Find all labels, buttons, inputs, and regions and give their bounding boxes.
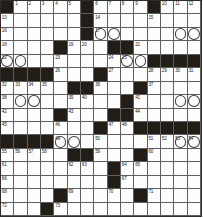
clue-number-71: 71 bbox=[148, 189, 153, 194]
clue-number-49: 49 bbox=[55, 136, 60, 141]
cell-r12c12[interactable]: 60 bbox=[148, 149, 161, 162]
black-cell-r4c9 bbox=[108, 41, 121, 54]
circled-cell-r5c11[interactable] bbox=[134, 55, 147, 68]
black-cell-r6c4 bbox=[41, 68, 54, 81]
clue-number-39: 39 bbox=[68, 95, 73, 100]
cell-r11c12[interactable]: 51 bbox=[148, 135, 161, 148]
cell-r14c10[interactable]: 67 bbox=[121, 176, 134, 189]
clue-number-38: 38 bbox=[2, 95, 7, 100]
black-cell-r12c11 bbox=[134, 149, 147, 162]
cell-r6c15[interactable]: 31 bbox=[188, 68, 201, 81]
black-cell-r1c7 bbox=[81, 1, 94, 14]
clue-number-15: 15 bbox=[148, 15, 153, 20]
circled-cell-r5c2[interactable] bbox=[14, 55, 27, 68]
clue-number-66: 66 bbox=[2, 176, 7, 181]
cell-r10c3[interactable] bbox=[28, 122, 41, 135]
cell-r2c6[interactable] bbox=[68, 14, 81, 27]
cell-r12c5[interactable] bbox=[54, 149, 67, 162]
cell-r15c2[interactable] bbox=[14, 189, 27, 202]
cell-r11c9[interactable] bbox=[108, 135, 121, 148]
cell-r15c12[interactable]: 71 bbox=[148, 189, 161, 202]
cell-r16c13[interactable] bbox=[161, 203, 174, 216]
black-cell-r16c4 bbox=[41, 203, 54, 216]
clue-number-67: 67 bbox=[122, 176, 127, 181]
clue-number-62: 62 bbox=[68, 162, 73, 167]
cell-r1c6[interactable]: 5 bbox=[68, 1, 81, 14]
clue-number-52: 52 bbox=[162, 136, 167, 141]
cell-r1c2[interactable]: 1 bbox=[14, 1, 27, 14]
black-cell-r6c2 bbox=[14, 68, 27, 81]
cell-r14c4[interactable] bbox=[41, 176, 54, 189]
clue-number-2: 2 bbox=[28, 1, 30, 6]
clue-number-70: 70 bbox=[108, 189, 113, 194]
cell-r16c6[interactable] bbox=[68, 203, 81, 216]
black-cell-r13c9 bbox=[108, 162, 121, 175]
cell-r16c9[interactable] bbox=[108, 203, 121, 216]
cell-r2c1[interactable]: 13 bbox=[1, 14, 14, 27]
cell-r10c5[interactable]: 46 bbox=[54, 122, 67, 135]
cell-r8c8[interactable] bbox=[94, 95, 107, 108]
cell-r1c14[interactable]: 11 bbox=[174, 1, 187, 14]
cell-r14c7[interactable] bbox=[81, 176, 94, 189]
cell-r7c2[interactable]: 33 bbox=[14, 82, 27, 95]
cell-r1c9[interactable]: 7 bbox=[108, 1, 121, 14]
cell-r15c9[interactable]: 70 bbox=[108, 189, 121, 202]
clue-number-28: 28 bbox=[148, 68, 153, 73]
cell-r1c11[interactable]: 9 bbox=[134, 1, 147, 14]
clue-number-53: 53 bbox=[175, 136, 180, 141]
cell-r1c4[interactable]: 3 bbox=[41, 1, 54, 14]
black-cell-r6c1 bbox=[1, 68, 14, 81]
cell-r13c10[interactable]: 64 bbox=[121, 162, 134, 175]
black-cell-r10c8 bbox=[94, 122, 107, 135]
cell-r13c1[interactable]: 61 bbox=[1, 162, 14, 175]
black-cell-r5c15 bbox=[188, 55, 201, 68]
cell-r4c8[interactable] bbox=[94, 41, 107, 54]
cell-r14c1[interactable]: 66 bbox=[1, 176, 14, 189]
clue-number-55: 55 bbox=[2, 149, 7, 154]
cell-r3c1[interactable]: 16 bbox=[1, 28, 14, 41]
circled-cell-r8c14[interactable] bbox=[174, 95, 187, 108]
clue-number-42: 42 bbox=[2, 109, 7, 114]
cell-r9c2[interactable] bbox=[14, 109, 27, 122]
cell-r2c3[interactable] bbox=[28, 14, 41, 27]
cell-r7c1[interactable]: 32 bbox=[1, 82, 14, 95]
clue-number-11: 11 bbox=[175, 1, 179, 6]
cell-r15c3[interactable] bbox=[28, 189, 41, 202]
circled-cell-r8c2[interactable] bbox=[14, 95, 27, 108]
clue-number-48: 48 bbox=[122, 122, 127, 127]
cell-r8c9[interactable] bbox=[108, 95, 121, 108]
clue-number-61: 61 bbox=[2, 162, 7, 167]
cell-r16c3[interactable] bbox=[28, 203, 41, 216]
cell-r2c9[interactable] bbox=[108, 14, 121, 27]
clue-number-18: 18 bbox=[2, 42, 7, 47]
cell-r11c8[interactable]: 50 bbox=[94, 135, 107, 148]
cell-r8c6[interactable]: 39 bbox=[68, 95, 81, 108]
cell-r8c1[interactable]: 38 bbox=[1, 95, 14, 108]
cell-r16c11[interactable] bbox=[134, 203, 147, 216]
cell-r7c12[interactable]: 37 bbox=[148, 82, 161, 95]
cell-r15c8[interactable] bbox=[94, 189, 107, 202]
cell-r4c15[interactable] bbox=[188, 41, 201, 54]
clue-number-5: 5 bbox=[68, 1, 70, 6]
cell-r6c11[interactable] bbox=[134, 68, 147, 81]
cell-r4c7[interactable]: 20 bbox=[81, 41, 94, 54]
cell-r5c4[interactable] bbox=[41, 55, 54, 68]
cell-r2c4[interactable] bbox=[41, 14, 54, 27]
cell-r7c3[interactable]: 34 bbox=[28, 82, 41, 95]
black-cell-r4c5 bbox=[54, 41, 67, 54]
cell-r1c5[interactable]: 4 bbox=[54, 1, 67, 14]
cell-r5c3[interactable] bbox=[28, 55, 41, 68]
cell-r6c12[interactable]: 28 bbox=[148, 68, 161, 81]
cell-r13c4[interactable] bbox=[41, 162, 54, 175]
cell-r12c15[interactable] bbox=[188, 149, 201, 162]
cell-r13c7[interactable]: 63 bbox=[81, 162, 94, 175]
cell-r3c11[interactable] bbox=[134, 28, 147, 41]
cell-r8c5[interactable] bbox=[54, 95, 67, 108]
black-cell-r7c11 bbox=[134, 82, 147, 95]
cell-r15c6[interactable]: 69 bbox=[68, 189, 81, 202]
black-cell-r5c13 bbox=[161, 55, 174, 68]
cell-r16c1[interactable]: 72 bbox=[1, 203, 14, 216]
circled-cell-r11c6[interactable] bbox=[68, 135, 81, 148]
circled-cell-r8c15[interactable] bbox=[188, 95, 201, 108]
cell-r5c9[interactable]: 24 bbox=[108, 55, 121, 68]
clue-number-24: 24 bbox=[108, 55, 113, 60]
black-cell-r8c10 bbox=[121, 95, 134, 108]
cell-r14c12[interactable] bbox=[148, 176, 161, 189]
cell-r5c8[interactable] bbox=[94, 55, 107, 68]
cell-r10c10[interactable]: 48 bbox=[121, 122, 134, 135]
crossword-grid: 1234567891011121314151617181920212223242… bbox=[0, 0, 202, 217]
cell-r14c8[interactable] bbox=[94, 176, 107, 189]
black-cell-r9c5 bbox=[54, 109, 67, 122]
cell-r7c9[interactable] bbox=[108, 82, 121, 95]
clue-number-29: 29 bbox=[162, 68, 167, 73]
circled-cell-r3c9[interactable] bbox=[108, 28, 121, 41]
cell-r1c8[interactable]: 6 bbox=[94, 1, 107, 14]
clue-number-58: 58 bbox=[42, 149, 47, 154]
cell-r6c10[interactable] bbox=[121, 68, 134, 81]
circled-cell-r3c8[interactable]: 17 bbox=[94, 28, 107, 41]
clue-number-36: 36 bbox=[95, 82, 100, 87]
cell-r14c11[interactable] bbox=[134, 176, 147, 189]
cell-r11c13[interactable]: 52 bbox=[161, 135, 174, 148]
black-cell-r11c2 bbox=[14, 135, 27, 148]
black-cell-r5c12 bbox=[148, 55, 161, 68]
cell-r12c13[interactable] bbox=[161, 149, 174, 162]
black-cell-r10c13 bbox=[161, 122, 174, 135]
clue-number-9: 9 bbox=[135, 1, 137, 6]
cell-r9c13[interactable] bbox=[161, 109, 174, 122]
cell-r6c13[interactable]: 29 bbox=[161, 68, 174, 81]
black-cell-r10c11 bbox=[134, 122, 147, 135]
circled-cell-r3c15[interactable] bbox=[188, 28, 201, 41]
cell-r2c5[interactable] bbox=[54, 14, 67, 27]
cell-r10c6[interactable] bbox=[68, 122, 81, 135]
cell-r16c7[interactable] bbox=[81, 203, 94, 216]
cell-r9c7[interactable] bbox=[81, 109, 94, 122]
cell-r14c14[interactable] bbox=[174, 176, 187, 189]
clue-number-33: 33 bbox=[15, 82, 20, 87]
circled-cell-r8c3[interactable] bbox=[28, 95, 41, 108]
black-cell-r6c3 bbox=[28, 68, 41, 81]
black-cell-r1c12 bbox=[148, 1, 161, 14]
cell-r3c4[interactable] bbox=[41, 28, 54, 41]
cell-r5c5[interactable]: 23 bbox=[54, 55, 67, 68]
cell-r3c10[interactable] bbox=[121, 28, 134, 41]
cell-r13c13[interactable] bbox=[161, 162, 174, 175]
cell-r4c4[interactable] bbox=[41, 41, 54, 54]
cell-r15c15[interactable] bbox=[188, 189, 201, 202]
cell-r9c8[interactable] bbox=[94, 109, 107, 122]
cell-r8c12[interactable] bbox=[148, 95, 161, 108]
cell-r2c14[interactable] bbox=[174, 14, 187, 27]
cell-r9c11[interactable]: 44 bbox=[134, 109, 147, 122]
clue-number-30: 30 bbox=[175, 68, 180, 73]
cell-r4c14[interactable] bbox=[174, 41, 187, 54]
cell-r5c7[interactable] bbox=[81, 55, 94, 68]
clue-number-41: 41 bbox=[135, 95, 140, 100]
cell-r3c5[interactable] bbox=[54, 28, 67, 41]
clue-number-4: 4 bbox=[55, 1, 57, 6]
cell-r13c12[interactable] bbox=[148, 162, 161, 175]
clue-number-44: 44 bbox=[135, 109, 140, 114]
cell-r7c15[interactable] bbox=[188, 82, 201, 95]
cell-r16c12[interactable] bbox=[148, 203, 161, 216]
cell-r4c2[interactable] bbox=[14, 41, 27, 54]
cell-r4c1[interactable]: 18 bbox=[1, 41, 14, 54]
clue-number-19: 19 bbox=[68, 42, 73, 47]
cell-r13c2[interactable] bbox=[14, 162, 27, 175]
cell-r15c4[interactable] bbox=[41, 189, 54, 202]
clue-number-63: 63 bbox=[82, 162, 87, 167]
clue-number-45: 45 bbox=[2, 122, 7, 127]
crossword-page: 1234567891011121314151617181920212223242… bbox=[0, 0, 203, 218]
cell-r5c6[interactable] bbox=[68, 55, 81, 68]
cell-r14c13[interactable] bbox=[161, 176, 174, 189]
cell-r6c7[interactable] bbox=[81, 68, 94, 81]
clue-number-20: 20 bbox=[82, 42, 87, 47]
cell-r2c10[interactable] bbox=[121, 14, 134, 27]
cell-r7c5[interactable] bbox=[54, 82, 67, 95]
clue-number-27: 27 bbox=[108, 68, 113, 73]
cell-r14c5[interactable] bbox=[54, 176, 67, 189]
cell-r2c12[interactable]: 15 bbox=[148, 14, 161, 27]
cell-r16c14[interactable] bbox=[174, 203, 187, 216]
cell-r10c9[interactable]: 47 bbox=[108, 122, 121, 135]
black-cell-r5c14 bbox=[174, 55, 187, 68]
cell-r8c4[interactable] bbox=[41, 95, 54, 108]
cell-r12c3[interactable]: 57 bbox=[28, 149, 41, 162]
cell-r16c2[interactable] bbox=[14, 203, 27, 216]
cell-r2c2[interactable] bbox=[14, 14, 27, 27]
cell-r6c14[interactable]: 30 bbox=[174, 68, 187, 81]
clue-number-34: 34 bbox=[28, 82, 33, 87]
cell-r12c8[interactable]: 59 bbox=[94, 149, 107, 162]
cell-r9c4[interactable] bbox=[41, 109, 54, 122]
clue-number-6: 6 bbox=[95, 1, 97, 6]
black-cell-r7c6 bbox=[68, 82, 81, 95]
cell-r15c13[interactable] bbox=[161, 189, 174, 202]
cell-r2c15[interactable] bbox=[188, 14, 201, 27]
cell-r15c10[interactable] bbox=[121, 189, 134, 202]
circled-cell-r3c14[interactable] bbox=[174, 28, 187, 41]
cell-r7c14[interactable] bbox=[174, 82, 187, 95]
cell-r1c13[interactable]: 10 bbox=[161, 1, 174, 14]
cell-r2c11[interactable] bbox=[134, 14, 147, 27]
cell-r9c14[interactable] bbox=[174, 109, 187, 122]
black-cell-r10c15 bbox=[188, 122, 201, 135]
cell-r13c15[interactable] bbox=[188, 162, 201, 175]
cell-r16c5[interactable]: 73 bbox=[54, 203, 67, 216]
cell-r8c7[interactable]: 40 bbox=[81, 95, 94, 108]
cell-r13c11[interactable]: 65 bbox=[134, 162, 147, 175]
black-cell-r6c8 bbox=[94, 68, 107, 81]
cell-r3c3[interactable] bbox=[28, 28, 41, 41]
clue-number-26: 26 bbox=[55, 68, 60, 73]
clue-number-21: 21 bbox=[135, 42, 140, 47]
cell-r6c9[interactable]: 27 bbox=[108, 68, 121, 81]
black-cell-r12c7 bbox=[81, 149, 94, 162]
cell-r1c3[interactable]: 2 bbox=[28, 1, 41, 14]
cell-r1c15[interactable]: 12 bbox=[188, 1, 201, 14]
cell-r16c8[interactable] bbox=[94, 203, 107, 216]
clue-number-16: 16 bbox=[2, 28, 7, 33]
cell-r13c3[interactable] bbox=[28, 162, 41, 175]
cell-r10c2[interactable] bbox=[14, 122, 27, 135]
clue-number-25: 25 bbox=[122, 55, 127, 60]
cell-r11c11[interactable] bbox=[134, 135, 147, 148]
cell-r3c13[interactable] bbox=[161, 28, 174, 41]
cell-r13c8[interactable] bbox=[94, 162, 107, 175]
clue-number-13: 13 bbox=[2, 15, 7, 20]
clue-number-69: 69 bbox=[68, 189, 73, 194]
cell-r3c12[interactable] bbox=[148, 28, 161, 41]
clue-number-65: 65 bbox=[135, 162, 140, 167]
clue-number-31: 31 bbox=[188, 68, 193, 73]
cell-r12c1[interactable]: 55 bbox=[1, 149, 14, 162]
circled-cell-r5c10[interactable]: 25 bbox=[121, 55, 134, 68]
cell-r9c12[interactable] bbox=[148, 109, 161, 122]
cell-r13c6[interactable]: 62 bbox=[68, 162, 81, 175]
cell-r12c14[interactable] bbox=[174, 149, 187, 162]
cell-r7c8[interactable]: 36 bbox=[94, 82, 107, 95]
cell-r11c10[interactable] bbox=[121, 135, 134, 148]
cell-r12c2[interactable]: 56 bbox=[14, 149, 27, 162]
cell-r14c2[interactable] bbox=[14, 176, 27, 189]
cell-r4c6[interactable]: 19 bbox=[68, 41, 81, 54]
clue-number-8: 8 bbox=[122, 1, 124, 6]
cell-r10c1[interactable]: 45 bbox=[1, 122, 14, 135]
cell-r7c4[interactable]: 35 bbox=[41, 82, 54, 95]
cell-r7c13[interactable] bbox=[161, 82, 174, 95]
cell-r4c13[interactable] bbox=[161, 41, 174, 54]
cell-r12c9[interactable] bbox=[108, 149, 121, 162]
clue-number-23: 23 bbox=[55, 55, 60, 60]
cell-r9c1[interactable]: 42 bbox=[1, 109, 14, 122]
black-cell-r1c1 bbox=[1, 1, 14, 14]
cell-r13c14[interactable] bbox=[174, 162, 187, 175]
black-cell-r14c9 bbox=[108, 176, 121, 189]
clue-number-57: 57 bbox=[28, 149, 33, 154]
cell-r8c13[interactable] bbox=[161, 95, 174, 108]
black-cell-r12c6 bbox=[68, 149, 81, 162]
cell-r16c10[interactable] bbox=[121, 203, 134, 216]
black-cell-r11c3 bbox=[28, 135, 41, 148]
clue-number-64: 64 bbox=[122, 162, 127, 167]
cell-r3c6[interactable] bbox=[68, 28, 81, 41]
cell-r9c6[interactable]: 43 bbox=[68, 109, 81, 122]
clue-number-43: 43 bbox=[68, 109, 73, 114]
cell-r9c3[interactable] bbox=[28, 109, 41, 122]
cell-r4c12[interactable] bbox=[148, 41, 161, 54]
cell-r12c10[interactable] bbox=[121, 149, 134, 162]
clue-number-46: 46 bbox=[55, 122, 60, 127]
cell-r12c4[interactable]: 58 bbox=[41, 149, 54, 162]
clue-number-35: 35 bbox=[42, 82, 47, 87]
cell-r9c15[interactable] bbox=[188, 109, 201, 122]
clue-number-47: 47 bbox=[108, 122, 113, 127]
cell-r2c8[interactable]: 14 bbox=[94, 14, 107, 27]
cell-r15c14[interactable] bbox=[174, 189, 187, 202]
cell-r8c11[interactable]: 41 bbox=[134, 95, 147, 108]
cell-r2c13[interactable] bbox=[161, 14, 174, 27]
clue-number-51: 51 bbox=[148, 136, 153, 141]
black-cell-r11c4 bbox=[41, 135, 54, 148]
clue-number-40: 40 bbox=[82, 95, 87, 100]
cell-r13c5[interactable] bbox=[54, 162, 67, 175]
circled-cell-r5c1[interactable]: 22 bbox=[1, 55, 14, 68]
black-cell-r10c14 bbox=[174, 122, 187, 135]
black-cell-r4c10 bbox=[121, 41, 134, 54]
cell-r11c7[interactable] bbox=[81, 135, 94, 148]
cell-r3c2[interactable] bbox=[14, 28, 27, 41]
clue-number-14: 14 bbox=[95, 15, 100, 20]
cell-r15c7[interactable] bbox=[81, 189, 94, 202]
cell-r6c5[interactable]: 26 bbox=[54, 68, 67, 81]
cell-r1c10[interactable]: 8 bbox=[121, 1, 134, 14]
cell-r6c6[interactable] bbox=[68, 68, 81, 81]
cell-r7c10[interactable] bbox=[121, 82, 134, 95]
clue-number-37: 37 bbox=[148, 82, 153, 87]
circled-cell-r11c5[interactable]: 49 bbox=[54, 135, 67, 148]
cell-r15c1[interactable]: 68 bbox=[1, 189, 14, 202]
clue-number-7: 7 bbox=[108, 1, 110, 6]
cell-r14c6[interactable] bbox=[68, 176, 81, 189]
cell-r16c15[interactable] bbox=[188, 203, 201, 216]
cell-r14c3[interactable] bbox=[28, 176, 41, 189]
circled-cell-r11c15[interactable]: 54 bbox=[188, 135, 201, 148]
cell-r14c15[interactable] bbox=[188, 176, 201, 189]
cell-r10c4[interactable] bbox=[41, 122, 54, 135]
cell-r4c3[interactable] bbox=[28, 41, 41, 54]
black-cell-r11c1 bbox=[1, 135, 14, 148]
clue-number-12: 12 bbox=[188, 1, 193, 6]
black-cell-r15c11 bbox=[134, 189, 147, 202]
circled-cell-r11c14[interactable]: 53 bbox=[174, 135, 187, 148]
clue-number-73: 73 bbox=[55, 203, 60, 208]
clue-number-59: 59 bbox=[95, 149, 100, 154]
clue-number-32: 32 bbox=[2, 82, 7, 87]
clue-number-3: 3 bbox=[42, 1, 44, 6]
clue-number-54: 54 bbox=[188, 136, 193, 141]
cell-r10c7[interactable] bbox=[81, 122, 94, 135]
cell-r4c11[interactable]: 21 bbox=[134, 41, 147, 54]
clue-number-56: 56 bbox=[15, 149, 20, 154]
